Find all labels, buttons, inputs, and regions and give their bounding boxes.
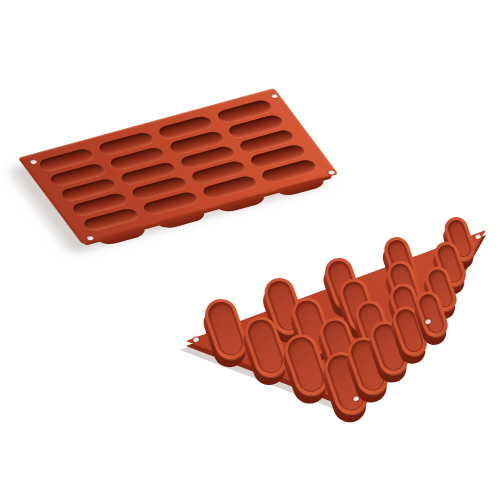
mold-a-sheet [18, 88, 338, 244]
product-photo [0, 0, 500, 500]
